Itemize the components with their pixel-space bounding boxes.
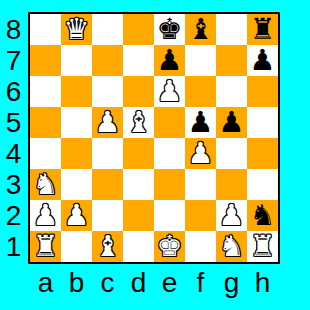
square-h3[interactable] (247, 169, 278, 200)
square-h7[interactable]: ♟ (247, 45, 278, 76)
square-h5[interactable] (247, 107, 278, 138)
square-b7[interactable] (61, 45, 92, 76)
file-label-e: e (154, 265, 185, 301)
square-e5[interactable] (154, 107, 185, 138)
square-f2[interactable] (185, 200, 216, 231)
black-pawn-h7[interactable]: ♟ (247, 45, 278, 76)
square-d7[interactable] (123, 45, 154, 76)
square-f1[interactable] (185, 231, 216, 262)
square-f8[interactable]: ♝ (185, 14, 216, 45)
file-label-d: d (123, 265, 154, 301)
square-a1[interactable]: ♜ (30, 231, 61, 262)
square-b3[interactable] (61, 169, 92, 200)
square-g1[interactable]: ♞ (216, 231, 247, 262)
white-queen-b8[interactable]: ♛ (61, 14, 92, 45)
file-label-h: h (247, 265, 278, 301)
square-b8[interactable]: ♛ (61, 14, 92, 45)
square-d3[interactable] (123, 169, 154, 200)
rank-label-3: 3 (0, 169, 27, 200)
rank-label-2: 2 (0, 200, 27, 231)
square-h1[interactable]: ♜ (247, 231, 278, 262)
square-c6[interactable] (92, 76, 123, 107)
black-king-e8[interactable]: ♚ (154, 14, 185, 45)
file-label-f: f (185, 265, 216, 301)
file-label-b: b (61, 265, 92, 301)
square-d1[interactable] (123, 231, 154, 262)
square-d2[interactable] (123, 200, 154, 231)
black-pawn-g5[interactable]: ♟ (216, 107, 247, 138)
black-pawn-f5[interactable]: ♟ (185, 107, 216, 138)
white-rook-a1[interactable]: ♜ (30, 231, 61, 262)
square-d5[interactable]: ♝ (123, 107, 154, 138)
square-c1[interactable]: ♝ (92, 231, 123, 262)
rank-label-1: 1 (0, 231, 27, 262)
square-b2[interactable]: ♟ (61, 200, 92, 231)
square-f7[interactable] (185, 45, 216, 76)
square-f5[interactable]: ♟ (185, 107, 216, 138)
square-h6[interactable] (247, 76, 278, 107)
file-label-c: c (92, 265, 123, 301)
square-b5[interactable] (61, 107, 92, 138)
white-rook-h1[interactable]: ♜ (247, 231, 278, 262)
black-pawn-e7[interactable]: ♟ (154, 45, 185, 76)
rank-label-4: 4 (0, 138, 27, 169)
square-g6[interactable] (216, 76, 247, 107)
square-a8[interactable] (30, 14, 61, 45)
square-g4[interactable] (216, 138, 247, 169)
rank-label-7: 7 (0, 45, 27, 76)
square-c2[interactable] (92, 200, 123, 231)
square-d6[interactable] (123, 76, 154, 107)
square-c8[interactable] (92, 14, 123, 45)
square-g7[interactable] (216, 45, 247, 76)
white-king-e1[interactable]: ♚ (154, 231, 185, 262)
square-c3[interactable] (92, 169, 123, 200)
square-f6[interactable] (185, 76, 216, 107)
square-h4[interactable] (247, 138, 278, 169)
black-bishop-f8[interactable]: ♝ (185, 14, 216, 45)
white-pawn-e6[interactable]: ♟ (154, 76, 185, 107)
file-label-g: g (216, 265, 247, 301)
square-a2[interactable]: ♟ (30, 200, 61, 231)
rank-label-5: 5 (0, 107, 27, 138)
square-f3[interactable] (185, 169, 216, 200)
white-bishop-d5[interactable]: ♝ (123, 107, 154, 138)
black-knight-h2[interactable]: ♞ (247, 200, 278, 231)
square-e1[interactable]: ♚ (154, 231, 185, 262)
rank-label-8: 8 (0, 14, 27, 45)
square-c5[interactable]: ♟ (92, 107, 123, 138)
square-a6[interactable] (30, 76, 61, 107)
chess-app-screen: 87654321 ♛♚♝♜♟♟♟♟♝♟♟♟♞♟♟♟♞♜♝♚♞♜ abcdefgh (0, 0, 310, 310)
square-b4[interactable] (61, 138, 92, 169)
square-g5[interactable]: ♟ (216, 107, 247, 138)
square-a5[interactable] (30, 107, 61, 138)
square-e2[interactable] (154, 200, 185, 231)
square-e6[interactable]: ♟ (154, 76, 185, 107)
white-pawn-b2[interactable]: ♟ (61, 200, 92, 231)
white-pawn-c5[interactable]: ♟ (92, 107, 123, 138)
rank-labels: 87654321 (0, 14, 27, 262)
board-frame: ♛♚♝♜♟♟♟♟♝♟♟♟♞♟♟♟♞♜♝♚♞♜ (28, 12, 280, 264)
square-a7[interactable] (30, 45, 61, 76)
square-d8[interactable] (123, 14, 154, 45)
file-label-a: a (30, 265, 61, 301)
chess-board: ♛♚♝♜♟♟♟♟♝♟♟♟♞♟♟♟♞♜♝♚♞♜ (30, 14, 278, 262)
white-pawn-f4[interactable]: ♟ (185, 138, 216, 169)
white-pawn-a2[interactable]: ♟ (30, 200, 61, 231)
square-b1[interactable] (61, 231, 92, 262)
square-h8[interactable]: ♜ (247, 14, 278, 45)
square-e3[interactable] (154, 169, 185, 200)
square-f4[interactable]: ♟ (185, 138, 216, 169)
square-g8[interactable] (216, 14, 247, 45)
white-knight-a3[interactable]: ♞ (30, 169, 61, 200)
black-rook-h8[interactable]: ♜ (247, 14, 278, 45)
square-g2[interactable]: ♟ (216, 200, 247, 231)
square-e7[interactable]: ♟ (154, 45, 185, 76)
white-bishop-c1[interactable]: ♝ (92, 231, 123, 262)
square-e4[interactable] (154, 138, 185, 169)
square-e8[interactable]: ♚ (154, 14, 185, 45)
white-pawn-g2[interactable]: ♟ (216, 200, 247, 231)
square-c7[interactable] (92, 45, 123, 76)
square-d4[interactable] (123, 138, 154, 169)
square-b6[interactable] (61, 76, 92, 107)
file-labels: abcdefgh (30, 265, 278, 301)
square-h2[interactable]: ♞ (247, 200, 278, 231)
square-a3[interactable]: ♞ (30, 169, 61, 200)
rank-label-6: 6 (0, 76, 27, 107)
white-knight-g1[interactable]: ♞ (216, 231, 247, 262)
square-c4[interactable] (92, 138, 123, 169)
square-g3[interactable] (216, 169, 247, 200)
square-a4[interactable] (30, 138, 61, 169)
